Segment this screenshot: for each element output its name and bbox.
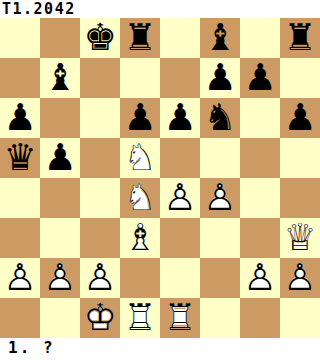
square-b4[interactable] [40,178,80,218]
piece-glyph-outline: ♙ [40,258,80,298]
piece-white-pawn[interactable]: ♟♙ [0,258,40,298]
piece-black-bishop[interactable]: ♝ [200,18,240,58]
square-g4[interactable] [240,178,280,218]
square-g1[interactable] [240,298,280,338]
square-a6[interactable]: ♟ [0,98,40,138]
square-d6[interactable]: ♟ [120,98,160,138]
square-e7[interactable] [160,58,200,98]
square-h1[interactable] [280,298,320,338]
square-e8[interactable] [160,18,200,58]
square-g3[interactable] [240,218,280,258]
square-f7[interactable]: ♟ [200,58,240,98]
square-g8[interactable] [240,18,280,58]
square-d3[interactable]: ♝♗ [120,218,160,258]
square-a1[interactable] [0,298,40,338]
piece-white-rook[interactable]: ♜♖ [160,298,200,338]
square-c2[interactable]: ♟♙ [80,258,120,298]
square-h7[interactable] [280,58,320,98]
square-b7[interactable]: ♝ [40,58,80,98]
square-f3[interactable] [200,218,240,258]
square-a4[interactable] [0,178,40,218]
piece-glyph-outline: ♙ [280,258,320,298]
square-h5[interactable] [280,138,320,178]
piece-glyph-outline: ♘ [120,138,160,178]
piece-white-pawn[interactable]: ♟♙ [160,178,200,218]
piece-black-bishop[interactable]: ♝ [40,58,80,98]
square-c7[interactable] [80,58,120,98]
square-d2[interactable] [120,258,160,298]
square-g7[interactable]: ♟ [240,58,280,98]
square-d4[interactable]: ♞♘ [120,178,160,218]
piece-glyph-outline: ♖ [120,298,160,338]
square-c1[interactable]: ♚♔ [80,298,120,338]
piece-black-pawn[interactable]: ♟ [240,58,280,98]
square-a3[interactable] [0,218,40,258]
piece-black-pawn[interactable]: ♟ [160,98,200,138]
piece-black-knight[interactable]: ♞ [200,98,240,138]
piece-white-pawn[interactable]: ♟♙ [200,178,240,218]
square-d5[interactable]: ♞♘ [120,138,160,178]
square-e3[interactable] [160,218,200,258]
piece-black-rook[interactable]: ♜ [120,18,160,58]
square-b6[interactable] [40,98,80,138]
piece-white-knight[interactable]: ♞♘ [120,178,160,218]
square-d1[interactable]: ♜♖ [120,298,160,338]
square-b1[interactable] [40,298,80,338]
square-f8[interactable]: ♝ [200,18,240,58]
piece-glyph-outline: ♖ [160,298,200,338]
square-b8[interactable] [40,18,80,58]
piece-white-king[interactable]: ♚♔ [80,298,120,338]
piece-glyph-outline: ♙ [160,178,200,218]
square-f4[interactable]: ♟♙ [200,178,240,218]
square-f1[interactable] [200,298,240,338]
square-a2[interactable]: ♟♙ [0,258,40,298]
chess-tactic-window: T1.2042 ♚♜♝♜♝♟♟♟♟♟♞♟♛♟♞♘♞♘♟♙♟♙♝♗♛♕♟♙♟♙♟♙… [0,0,320,360]
piece-glyph-outline: ♔ [80,298,120,338]
square-e2[interactable] [160,258,200,298]
piece-glyph-outline: ♙ [200,178,240,218]
piece-black-pawn[interactable]: ♟ [40,138,80,178]
square-h2[interactable]: ♟♙ [280,258,320,298]
piece-white-bishop[interactable]: ♝♗ [120,218,160,258]
square-e4[interactable]: ♟♙ [160,178,200,218]
piece-glyph-outline: ♙ [0,258,40,298]
square-e5[interactable] [160,138,200,178]
piece-black-pawn[interactable]: ♟ [280,98,320,138]
square-g2[interactable]: ♟♙ [240,258,280,298]
square-c6[interactable] [80,98,120,138]
piece-white-pawn[interactable]: ♟♙ [40,258,80,298]
square-b3[interactable] [40,218,80,258]
piece-black-pawn[interactable]: ♟ [0,98,40,138]
square-a7[interactable] [0,58,40,98]
piece-white-queen[interactable]: ♛♕ [280,218,320,258]
square-h3[interactable]: ♛♕ [280,218,320,258]
piece-black-king[interactable]: ♚ [80,18,120,58]
square-a8[interactable] [0,18,40,58]
square-c5[interactable] [80,138,120,178]
piece-white-rook[interactable]: ♜♖ [120,298,160,338]
piece-white-pawn[interactable]: ♟♙ [240,258,280,298]
square-c3[interactable] [80,218,120,258]
piece-black-pawn[interactable]: ♟ [120,98,160,138]
piece-black-pawn[interactable]: ♟ [200,58,240,98]
square-d7[interactable] [120,58,160,98]
square-b5[interactable]: ♟ [40,138,80,178]
piece-glyph-outline: ♙ [240,258,280,298]
square-h8[interactable]: ♜ [280,18,320,58]
piece-glyph-outline: ♘ [120,178,160,218]
puzzle-id-label: T1.2042 [0,0,320,18]
square-f5[interactable] [200,138,240,178]
square-a5[interactable]: ♛ [0,138,40,178]
piece-black-rook[interactable]: ♜ [280,18,320,58]
square-c4[interactable] [80,178,120,218]
piece-black-queen[interactable]: ♛ [0,138,40,178]
piece-glyph-outline: ♕ [280,218,320,258]
piece-glyph-outline: ♗ [120,218,160,258]
piece-white-pawn[interactable]: ♟♙ [280,258,320,298]
square-h4[interactable] [280,178,320,218]
piece-white-pawn[interactable]: ♟♙ [80,258,120,298]
piece-glyph-outline: ♙ [80,258,120,298]
square-e6[interactable]: ♟ [160,98,200,138]
square-d8[interactable]: ♜ [120,18,160,58]
square-f2[interactable] [200,258,240,298]
square-h6[interactable]: ♟ [280,98,320,138]
square-g6[interactable] [240,98,280,138]
chess-board: ♚♜♝♜♝♟♟♟♟♟♞♟♛♟♞♘♞♘♟♙♟♙♝♗♛♕♟♙♟♙♟♙♟♙♟♙♚♔♜♖… [0,18,320,338]
square-c8[interactable]: ♚ [80,18,120,58]
move-number-prompt: 1. ? [0,338,320,360]
square-b2[interactable]: ♟♙ [40,258,80,298]
piece-white-knight[interactable]: ♞♘ [120,138,160,178]
square-g5[interactable] [240,138,280,178]
square-f6[interactable]: ♞ [200,98,240,138]
square-e1[interactable]: ♜♖ [160,298,200,338]
